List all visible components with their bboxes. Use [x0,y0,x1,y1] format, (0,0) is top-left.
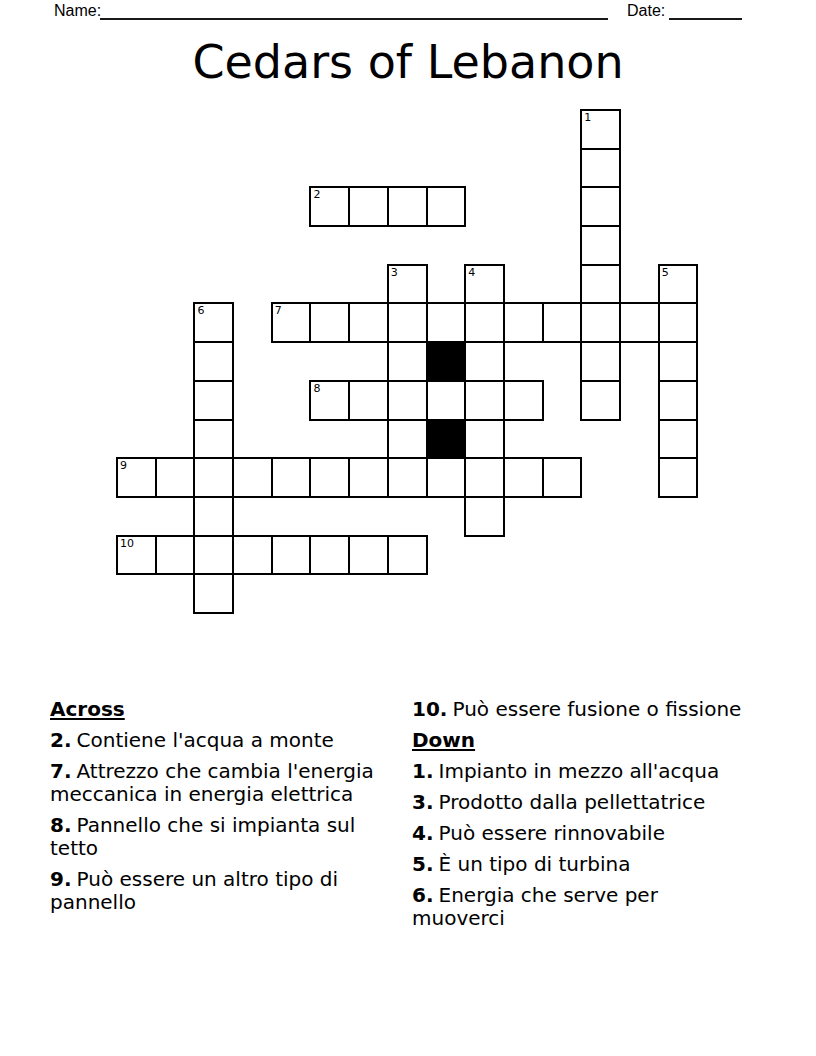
void-cell [620,110,659,149]
void-cell [310,265,349,304]
grid-cell[interactable] [465,303,504,342]
grid-cell[interactable] [388,536,427,575]
grid-cell[interactable] [581,226,620,265]
void-cell [427,536,466,575]
grid-cell[interactable]: 8 [310,381,349,420]
void-cell [349,342,388,381]
grid-cell[interactable] [427,187,466,226]
void-cell [233,187,272,226]
grid-cell[interactable] [465,458,504,497]
grid-cell[interactable]: 2 [310,187,349,226]
grid-cell[interactable] [620,303,659,342]
black-cell [427,420,466,459]
grid-cell[interactable] [659,303,698,342]
void-cell [272,265,311,304]
void-cell [272,149,311,188]
void-cell [117,226,156,265]
void-cell [620,342,659,381]
void-cell [233,149,272,188]
grid-cell[interactable] [581,187,620,226]
worksheet-page: Name: Date: Cedars of Lebanon 1234567891… [0,0,816,1056]
void-cell [504,226,543,265]
void-cell [272,574,311,613]
cell-number: 1 [584,111,591,124]
grid-cell[interactable] [310,458,349,497]
grid-cell[interactable]: 1 [581,110,620,149]
grid-cell[interactable] [194,574,233,613]
void-cell [504,149,543,188]
void-cell [272,110,311,149]
void-cell [349,574,388,613]
grid-cell[interactable]: 6 [194,303,233,342]
cell-number: 6 [197,304,204,317]
grid-cell[interactable] [194,536,233,575]
clue-text: Attrezzo che cambia l'energia meccanica … [50,759,374,806]
void-cell [272,342,311,381]
cell-number: 7 [275,304,282,317]
void-cell [310,226,349,265]
clues-left-column: Across 2.Contiene l'acqua a monte 7.Attr… [50,698,382,922]
grid-cell[interactable]: 5 [659,265,698,304]
void-cell [427,226,466,265]
void-cell [117,149,156,188]
void-cell [310,149,349,188]
black-cell [427,342,466,381]
clue-number: 9. [50,867,72,891]
void-cell [233,342,272,381]
void-cell [272,187,311,226]
clue-number: 10. [412,697,447,721]
clue-number: 3. [412,790,434,814]
void-cell [427,574,466,613]
void-cell [233,110,272,149]
clue-item-across-7: 7.Attrezzo che cambia l'energia meccanic… [50,760,382,806]
grid-cell[interactable]: 10 [117,536,156,575]
grid-cell[interactable]: 9 [117,458,156,497]
void-cell [117,420,156,459]
grid-cell[interactable]: 4 [465,265,504,304]
clue-number: 7. [50,759,72,783]
void-cell [659,187,698,226]
void-cell [620,187,659,226]
clue-item-across-8: 8.Pannello che si impianta sul tetto [50,814,382,860]
void-cell [349,110,388,149]
void-cell [620,574,659,613]
void-cell [504,420,543,459]
void-cell [156,497,195,536]
clue-number: 6. [412,883,434,907]
grid-cell[interactable] [581,265,620,304]
crossword-grid: 12345678910 [117,110,697,613]
void-cell [117,187,156,226]
grid-cell[interactable] [659,420,698,459]
void-cell [504,187,543,226]
void-cell [465,149,504,188]
clue-number: 1. [412,759,434,783]
grid-cell[interactable] [543,303,582,342]
grid-cell[interactable] [427,381,466,420]
void-cell [543,420,582,459]
void-cell [156,149,195,188]
grid-cell[interactable] [388,420,427,459]
void-cell [543,497,582,536]
grid-cell[interactable] [465,381,504,420]
grid-cell[interactable] [194,381,233,420]
void-cell [543,381,582,420]
void-cell [194,149,233,188]
grid-cell[interactable] [310,303,349,342]
grid-cell[interactable] [194,420,233,459]
clue-text: Energia che serve per muoverci [412,883,658,930]
grid-cell[interactable] [581,303,620,342]
void-cell [156,303,195,342]
void-cell [504,110,543,149]
date-fill-line[interactable] [669,1,742,20]
clue-item-across-2: 2.Contiene l'acqua a monte [50,729,382,752]
grid-cell[interactable] [659,342,698,381]
void-cell [620,265,659,304]
clue-number: 2. [50,728,72,752]
void-cell [388,110,427,149]
void-cell [272,226,311,265]
clue-item-across-9: 9.Può essere un altro tipo di pannello [50,868,382,914]
grid-cell[interactable] [156,458,195,497]
void-cell [349,149,388,188]
void-cell [465,574,504,613]
grid-cell[interactable] [194,342,233,381]
clue-text: Può essere un altro tipo di pannello [50,867,338,914]
void-cell [388,149,427,188]
grid-cell[interactable] [194,458,233,497]
void-cell [543,265,582,304]
clue-number: 5. [412,852,434,876]
grid-cell[interactable] [581,342,620,381]
across-heading: Across [50,698,382,721]
void-cell [465,187,504,226]
void-cell [427,497,466,536]
grid-cell[interactable] [388,381,427,420]
grid-cell[interactable]: 7 [272,303,311,342]
clue-item-down-4: 4.Può essere rinnovabile [412,822,744,845]
void-cell [233,265,272,304]
void-cell [504,536,543,575]
void-cell [117,342,156,381]
clue-item-across-10: 10.Può essere fusione o fissione [412,698,744,721]
cell-number: 5 [662,266,669,279]
void-cell [388,574,427,613]
void-cell [233,497,272,536]
clue-number: 4. [412,821,434,845]
void-cell [156,187,195,226]
grid-cell[interactable] [349,536,388,575]
void-cell [620,226,659,265]
puzzle-title: Cedars of Lebanon [0,36,816,88]
void-cell [543,149,582,188]
cell-number: 10 [120,537,134,550]
void-cell [465,536,504,575]
void-cell [310,420,349,459]
void-cell [659,497,698,536]
grid-cell[interactable] [349,458,388,497]
void-cell [504,497,543,536]
void-cell [543,187,582,226]
void-cell [194,187,233,226]
grid-cell[interactable] [465,420,504,459]
clues-right-column: 10.Può essere fusione o fissione Down 1.… [412,698,744,938]
clue-item-down-5: 5.È un tipo di turbina [412,853,744,876]
void-cell [581,497,620,536]
void-cell [543,574,582,613]
void-cell [543,226,582,265]
void-cell [349,497,388,536]
void-cell [427,149,466,188]
grid-cell[interactable] [233,536,272,575]
void-cell [388,226,427,265]
void-cell [310,574,349,613]
void-cell [659,110,698,149]
void-cell [349,420,388,459]
void-cell [310,342,349,381]
void-cell [117,303,156,342]
void-cell [117,381,156,420]
clue-text: Può essere fusione o fissione [452,697,741,721]
clue-number: 8. [50,813,72,837]
void-cell [620,458,659,497]
grid-cell[interactable] [194,497,233,536]
grid-cell[interactable] [349,303,388,342]
void-cell [117,110,156,149]
void-cell [194,226,233,265]
void-cell [194,265,233,304]
void-cell [543,342,582,381]
void-cell [117,497,156,536]
clue-item-down-6: 6.Energia che serve per muoverci [412,884,744,930]
void-cell [504,265,543,304]
grid-cell[interactable] [427,303,466,342]
void-cell [233,226,272,265]
void-cell [233,303,272,342]
down-heading: Down [412,729,744,752]
void-cell [543,110,582,149]
void-cell [659,574,698,613]
grid-cell[interactable] [581,381,620,420]
grid-cell[interactable] [388,187,427,226]
date-label: Date: [627,2,665,20]
grid-cell[interactable] [504,381,543,420]
grid-cell[interactable] [581,149,620,188]
void-cell [659,149,698,188]
grid-cell[interactable] [272,536,311,575]
clue-text: Contiene l'acqua a monte [77,728,334,752]
clue-text: Prodotto dalla pellettatrice [439,790,706,814]
void-cell [581,420,620,459]
grid-cell[interactable] [465,497,504,536]
void-cell [543,536,582,575]
cell-number: 4 [468,266,475,279]
void-cell [156,381,195,420]
void-cell [349,265,388,304]
void-cell [156,265,195,304]
grid-cell[interactable] [310,536,349,575]
clue-item-down-3: 3.Prodotto dalla pellettatrice [412,791,744,814]
grid-cell[interactable] [465,342,504,381]
grid-cell[interactable] [427,458,466,497]
grid-cell[interactable] [659,458,698,497]
void-cell [272,497,311,536]
clue-text: Può essere rinnovabile [439,821,665,845]
void-cell [156,574,195,613]
void-cell [272,381,311,420]
void-cell [117,265,156,304]
grid-cell[interactable] [349,187,388,226]
name-fill-line[interactable] [100,1,608,20]
void-cell [465,110,504,149]
grid-cell[interactable] [659,381,698,420]
clue-text: Impianto in mezzo all'acqua [439,759,720,783]
grid-cell[interactable] [388,303,427,342]
void-cell [581,536,620,575]
void-cell [620,497,659,536]
void-cell [620,420,659,459]
void-cell [620,381,659,420]
void-cell [310,497,349,536]
void-cell [194,110,233,149]
void-cell [156,226,195,265]
void-cell [272,420,311,459]
void-cell [233,420,272,459]
void-cell [581,458,620,497]
cell-number: 3 [391,266,398,279]
void-cell [156,420,195,459]
grid-cell[interactable] [504,458,543,497]
grid-cell[interactable] [349,381,388,420]
grid-cell[interactable]: 3 [388,265,427,304]
void-cell [581,574,620,613]
grid-cell[interactable] [543,458,582,497]
cell-number: 9 [120,459,127,472]
clue-text: È un tipo di turbina [439,852,631,876]
void-cell [156,110,195,149]
name-label: Name: [54,2,101,20]
void-cell [310,110,349,149]
void-cell [427,265,466,304]
grid-cell[interactable] [504,303,543,342]
void-cell [659,226,698,265]
void-cell [659,536,698,575]
void-cell [465,226,504,265]
grid-cell[interactable] [156,536,195,575]
void-cell [388,497,427,536]
clue-item-down-1: 1.Impianto in mezzo all'acqua [412,760,744,783]
void-cell [156,342,195,381]
clue-text: Pannello che si impianta sul tetto [50,813,355,860]
cell-number: 8 [313,382,320,395]
void-cell [504,342,543,381]
void-cell [233,574,272,613]
grid-cell[interactable] [233,458,272,497]
void-cell [233,381,272,420]
void-cell [349,226,388,265]
void-cell [427,110,466,149]
void-cell [620,536,659,575]
grid-cell[interactable] [272,458,311,497]
void-cell [620,149,659,188]
void-cell [504,574,543,613]
grid-cell[interactable] [388,342,427,381]
grid-cell[interactable] [388,458,427,497]
cell-number: 2 [313,188,320,201]
void-cell [117,574,156,613]
